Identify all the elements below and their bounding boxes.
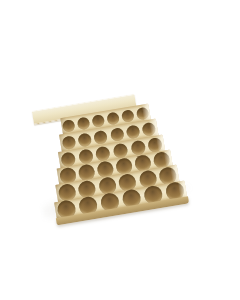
pit[interactable] [121,109,135,123]
pit[interactable] [91,114,105,128]
pit[interactable] [126,124,141,139]
pit[interactable] [62,118,76,132]
pit[interactable] [142,121,157,136]
pit[interactable] [109,127,124,142]
pit[interactable] [93,129,108,144]
pit[interactable] [77,116,91,130]
pit[interactable] [106,111,120,125]
pit[interactable] [61,135,76,150]
wooden-board [36,72,225,230]
photo-canvas [0,0,240,300]
pit[interactable] [135,106,149,120]
pit[interactable] [77,132,92,147]
